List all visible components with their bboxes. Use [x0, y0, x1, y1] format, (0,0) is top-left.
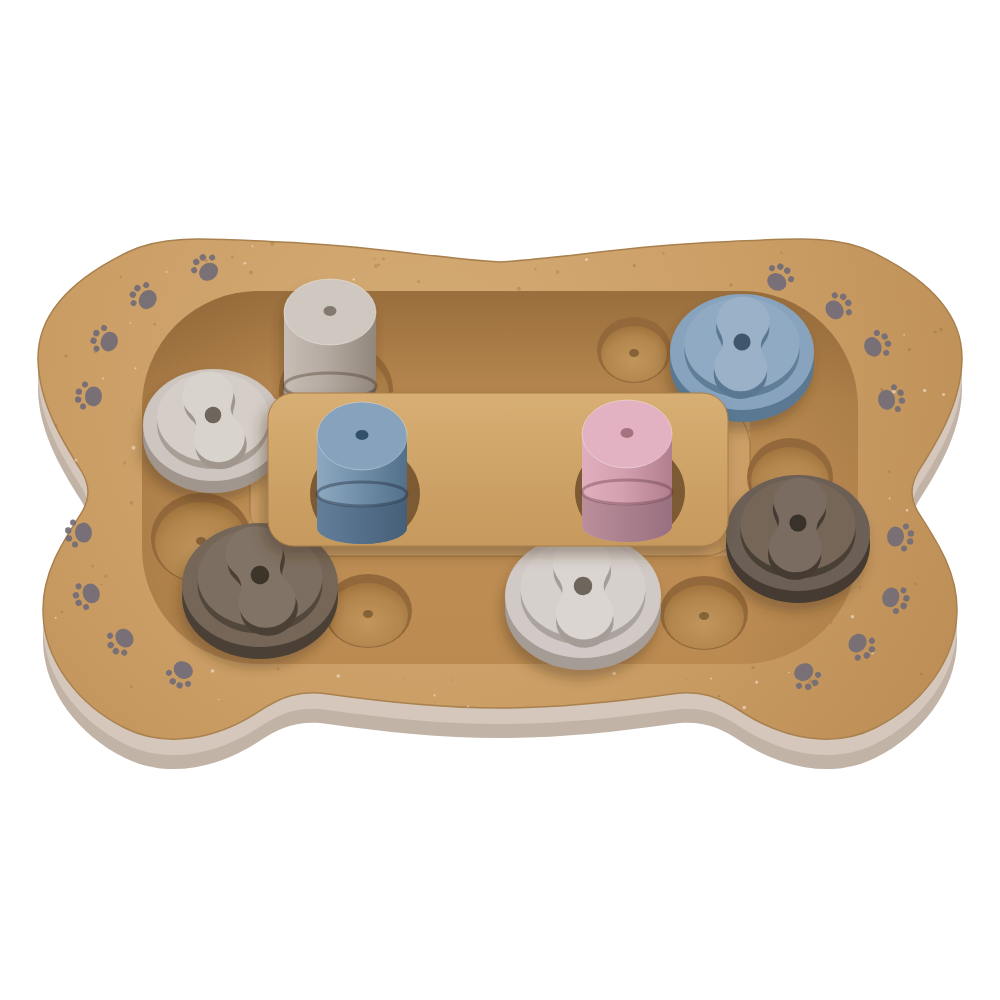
wood-fleck: [788, 672, 790, 674]
wood-fleck: [939, 328, 942, 331]
wood-fleck: [374, 264, 378, 268]
wood-fleck: [452, 679, 454, 681]
wood-fleck: [377, 263, 380, 266]
wood-fleck: [459, 243, 462, 246]
wood-fleck: [906, 269, 908, 271]
wood-fleck: [742, 706, 746, 710]
wood-fleck: [751, 666, 754, 669]
wood-fleck: [932, 496, 934, 498]
wood-fleck: [517, 287, 521, 291]
wood-fleck: [132, 408, 133, 409]
peg-hole: [621, 428, 634, 438]
wood-fleck: [55, 617, 57, 619]
wood-fleck: [556, 270, 559, 273]
wood-fleck: [434, 701, 436, 703]
wood-fleck: [686, 679, 687, 680]
wood-fleck: [718, 695, 721, 698]
wood-fleck: [417, 280, 420, 283]
wood-fleck: [132, 446, 136, 450]
wood-fleck: [780, 251, 782, 253]
wood-fleck: [166, 271, 168, 273]
wood-fleck: [613, 672, 616, 675]
wood-fleck: [119, 276, 121, 278]
wood-fleck: [633, 264, 636, 267]
dog-puzzle-scene: [0, 0, 1000, 1000]
pink-cylinder-peg[interactable]: [582, 400, 672, 542]
wood-fleck: [903, 334, 905, 336]
wood-fleck: [277, 668, 280, 671]
well-dimple: [699, 612, 709, 620]
wood-fleck: [941, 297, 944, 300]
blue-cylinder-peg[interactable]: [317, 402, 407, 544]
wood-fleck: [64, 354, 67, 357]
peg-hole: [356, 430, 369, 440]
wood-fleck: [374, 258, 376, 260]
well-dimple: [363, 610, 373, 618]
wood-fleck: [942, 393, 945, 396]
peg-hole: [324, 306, 337, 316]
wood-fleck: [337, 674, 340, 677]
wood-fleck: [231, 256, 234, 259]
wood-fleck: [729, 283, 733, 287]
wood-fleck: [123, 462, 126, 465]
wood-fleck: [101, 583, 103, 585]
wood-fleck: [710, 678, 712, 680]
wood-fleck: [155, 346, 156, 347]
wood-fleck: [130, 685, 133, 688]
wood-fleck: [244, 262, 247, 265]
wood-fleck: [61, 611, 63, 613]
bone-disc-right-dark-brown[interactable]: [726, 475, 870, 603]
wood-fleck: [434, 694, 436, 696]
wood-fleck: [913, 527, 914, 528]
wood-fleck: [906, 509, 909, 512]
wood-fleck: [77, 247, 81, 251]
wood-fleck: [851, 615, 854, 618]
wood-fleck: [153, 323, 156, 326]
wood-fleck: [934, 331, 937, 334]
wood-fleck: [418, 244, 420, 246]
wood-fleck: [662, 252, 665, 255]
wood-fleck: [889, 497, 891, 499]
wood-fleck: [923, 389, 926, 392]
treat-well-bottom-right-inner: [660, 576, 748, 650]
wood-fleck: [218, 699, 220, 701]
wood-fleck: [920, 673, 923, 676]
wood-fleck: [914, 583, 916, 585]
wood-fleck: [908, 348, 912, 352]
wood-fleck: [130, 322, 132, 324]
wood-fleck: [888, 470, 891, 473]
wood-fleck: [102, 377, 104, 379]
wood-fleck: [859, 586, 862, 589]
wood-fleck: [249, 271, 253, 275]
wood-fleck: [252, 245, 254, 247]
wood-fleck: [755, 681, 758, 684]
bone-disc-bottom-center-beige[interactable]: [505, 534, 661, 670]
wood-fleck: [211, 669, 215, 673]
wood-fleck: [270, 242, 274, 246]
wood-fleck: [130, 501, 134, 505]
well-dimple: [629, 349, 639, 357]
wood-fleck: [397, 248, 400, 251]
wood-fleck: [352, 278, 354, 280]
wood-fleck: [104, 575, 107, 578]
wood-fleck: [134, 367, 136, 369]
treat-well-top-center: [597, 317, 671, 383]
wood-fleck: [467, 706, 469, 708]
wood-fleck: [404, 677, 405, 678]
product-photo-stage: [0, 0, 1000, 1000]
wood-fleck: [54, 485, 57, 488]
wood-fleck: [382, 258, 385, 261]
wood-fleck: [585, 258, 588, 261]
wood-fleck: [535, 268, 537, 270]
wood-fleck: [91, 565, 94, 568]
